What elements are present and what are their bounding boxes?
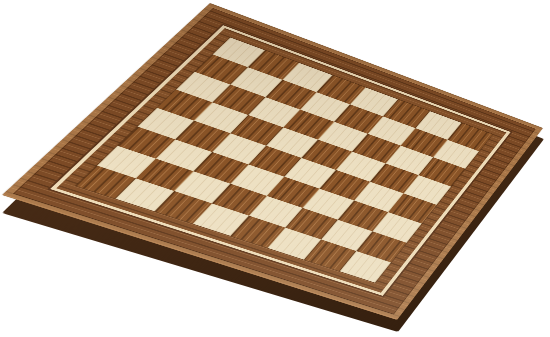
chess-board <box>2 3 543 320</box>
product-photo-background <box>0 0 550 337</box>
